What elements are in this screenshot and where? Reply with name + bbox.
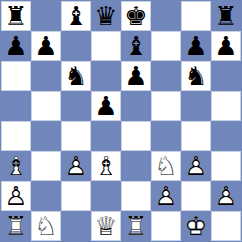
square-d8[interactable]: ♛ <box>91 1 121 31</box>
square-b6[interactable] <box>31 61 61 91</box>
square-h5[interactable] <box>211 91 241 121</box>
piece-white-pawn[interactable]: ♟♙ <box>151 181 181 211</box>
chess-board-wrapper: ♜♝♛♚♜♟♟♝♟♟♞♟♞♟♝♗♟♙♝♗♞♘♟♙♟♙♟♙♟♙♜♖♞♘♛♕♜♖♚♔ <box>0 0 242 242</box>
square-f6[interactable] <box>151 61 181 91</box>
piece-black-bishop[interactable]: ♝ <box>121 31 151 61</box>
square-h8[interactable]: ♜ <box>211 1 241 31</box>
piece-outline-layer: ♙ <box>61 151 91 181</box>
square-a2[interactable]: ♟♙ <box>1 181 31 211</box>
square-f5[interactable] <box>151 91 181 121</box>
piece-outline-layer: ♖ <box>121 211 151 241</box>
piece-black-pawn[interactable]: ♟ <box>31 31 61 61</box>
square-a7[interactable]: ♟ <box>1 31 31 61</box>
square-d6[interactable] <box>91 61 121 91</box>
piece-white-pawn[interactable]: ♟♙ <box>61 151 91 181</box>
square-b5[interactable] <box>31 91 61 121</box>
square-h2[interactable]: ♟♙ <box>211 181 241 211</box>
square-d1[interactable]: ♛♕ <box>91 211 121 241</box>
piece-outline-layer: ♕ <box>91 211 121 241</box>
piece-black-pawn[interactable]: ♟ <box>211 31 241 61</box>
square-g7[interactable]: ♟ <box>181 31 211 61</box>
piece-outline-layer: ♙ <box>181 151 211 181</box>
square-d3[interactable]: ♝♗ <box>91 151 121 181</box>
square-b2[interactable] <box>31 181 61 211</box>
piece-white-bishop[interactable]: ♝♗ <box>91 151 121 181</box>
square-e6[interactable]: ♟ <box>121 61 151 91</box>
piece-outline-layer: ♗ <box>1 151 31 181</box>
piece-outline-layer: ♖ <box>1 211 31 241</box>
square-g6[interactable]: ♞ <box>181 61 211 91</box>
square-g2[interactable] <box>181 181 211 211</box>
piece-white-queen[interactable]: ♛♕ <box>91 211 121 241</box>
square-f1[interactable] <box>151 211 181 241</box>
square-d7[interactable] <box>91 31 121 61</box>
chess-board: ♜♝♛♚♜♟♟♝♟♟♞♟♞♟♝♗♟♙♝♗♞♘♟♙♟♙♟♙♟♙♜♖♞♘♛♕♜♖♚♔ <box>0 0 242 242</box>
piece-outline-layer: ♔ <box>181 211 211 241</box>
square-c6[interactable]: ♞ <box>61 61 91 91</box>
square-a5[interactable] <box>1 91 31 121</box>
piece-black-knight[interactable]: ♞ <box>181 61 211 91</box>
square-c5[interactable] <box>61 91 91 121</box>
square-e5[interactable] <box>121 91 151 121</box>
square-b3[interactable] <box>31 151 61 181</box>
square-c7[interactable] <box>61 31 91 61</box>
piece-outline-layer: ♘ <box>151 151 181 181</box>
piece-black-knight[interactable]: ♞ <box>61 61 91 91</box>
square-b4[interactable] <box>31 121 61 151</box>
square-e8[interactable]: ♚ <box>121 1 151 31</box>
square-f3[interactable]: ♞♘ <box>151 151 181 181</box>
square-d2[interactable] <box>91 181 121 211</box>
piece-outline-layer: ♙ <box>211 181 241 211</box>
square-h3[interactable] <box>211 151 241 181</box>
piece-white-knight[interactable]: ♞♘ <box>31 211 61 241</box>
square-a8[interactable]: ♜ <box>1 1 31 31</box>
piece-black-rook[interactable]: ♜ <box>1 1 31 31</box>
square-h1[interactable] <box>211 211 241 241</box>
square-f8[interactable] <box>151 1 181 31</box>
piece-black-pawn[interactable]: ♟ <box>181 31 211 61</box>
square-g4[interactable] <box>181 121 211 151</box>
piece-black-bishop[interactable]: ♝ <box>61 1 91 31</box>
square-g5[interactable] <box>181 91 211 121</box>
square-c1[interactable] <box>61 211 91 241</box>
square-b7[interactable]: ♟ <box>31 31 61 61</box>
square-c8[interactable]: ♝ <box>61 1 91 31</box>
piece-white-rook[interactable]: ♜♖ <box>121 211 151 241</box>
square-e1[interactable]: ♜♖ <box>121 211 151 241</box>
square-c2[interactable] <box>61 181 91 211</box>
piece-black-pawn[interactable]: ♟ <box>1 31 31 61</box>
piece-black-pawn[interactable]: ♟ <box>121 61 151 91</box>
square-a4[interactable] <box>1 121 31 151</box>
square-c3[interactable]: ♟♙ <box>61 151 91 181</box>
piece-outline-layer: ♘ <box>31 211 61 241</box>
square-b8[interactable] <box>31 1 61 31</box>
square-a1[interactable]: ♜♖ <box>1 211 31 241</box>
square-e7[interactable]: ♝ <box>121 31 151 61</box>
piece-outline-layer: ♙ <box>151 181 181 211</box>
piece-white-knight[interactable]: ♞♘ <box>151 151 181 181</box>
piece-black-king[interactable]: ♚ <box>121 1 151 31</box>
square-b1[interactable]: ♞♘ <box>31 211 61 241</box>
square-e4[interactable] <box>121 121 151 151</box>
piece-white-pawn[interactable]: ♟♙ <box>211 181 241 211</box>
square-d5[interactable]: ♟ <box>91 91 121 121</box>
square-f2[interactable]: ♟♙ <box>151 181 181 211</box>
piece-outline-layer: ♙ <box>1 181 31 211</box>
piece-white-pawn[interactable]: ♟♙ <box>1 181 31 211</box>
piece-white-pawn[interactable]: ♟♙ <box>181 151 211 181</box>
square-f7[interactable] <box>151 31 181 61</box>
piece-outline-layer: ♗ <box>91 151 121 181</box>
square-h4[interactable] <box>211 121 241 151</box>
square-g3[interactable]: ♟♙ <box>181 151 211 181</box>
square-e2[interactable] <box>121 181 151 211</box>
square-g1[interactable]: ♚♔ <box>181 211 211 241</box>
piece-white-rook[interactable]: ♜♖ <box>1 211 31 241</box>
piece-black-queen[interactable]: ♛ <box>91 1 121 31</box>
square-h6[interactable] <box>211 61 241 91</box>
square-c4[interactable] <box>61 121 91 151</box>
square-f4[interactable] <box>151 121 181 151</box>
square-e3[interactable] <box>121 151 151 181</box>
square-g8[interactable] <box>181 1 211 31</box>
square-d4[interactable] <box>91 121 121 151</box>
piece-white-king[interactable]: ♚♔ <box>181 211 211 241</box>
piece-black-rook[interactable]: ♜ <box>211 1 241 31</box>
piece-white-bishop[interactable]: ♝♗ <box>1 151 31 181</box>
piece-black-pawn[interactable]: ♟ <box>91 91 121 121</box>
square-a6[interactable] <box>1 61 31 91</box>
square-a3[interactable]: ♝♗ <box>1 151 31 181</box>
square-h7[interactable]: ♟ <box>211 31 241 61</box>
